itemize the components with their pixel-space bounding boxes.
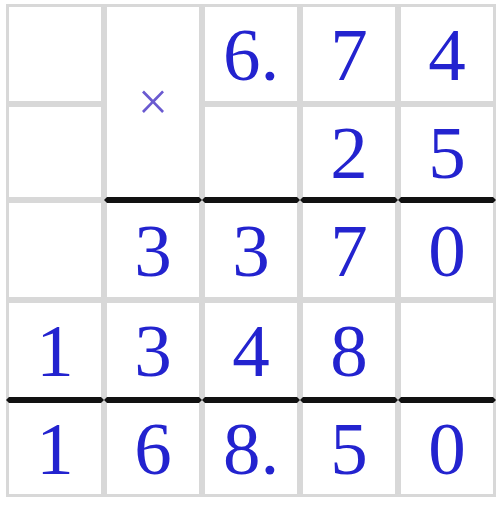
cell-r5c5-product-digit: 0 [398, 400, 496, 497]
cell-r1c3-multiplicand-digit: 6. [202, 4, 300, 104]
cell-r5c1-product-digit: 1 [6, 400, 104, 497]
cell-r5c2-product-digit: 6 [104, 400, 202, 497]
cell-r4c4-partial2-digit: 8 [300, 300, 398, 400]
multiply-operator-cell: × [104, 4, 202, 200]
cell-r4c2-partial2-digit: 3 [104, 300, 202, 400]
cell-r3c1 [6, 200, 104, 300]
cell-r1c5-multiplicand-digit: 4 [398, 4, 496, 104]
cell-r2c4-multiplier-digit: 2 [300, 104, 398, 200]
cell-r1c1 [6, 4, 104, 104]
cell-r4c3-partial2-digit: 4 [202, 300, 300, 400]
cell-r5c3-product-digit: 8. [202, 400, 300, 497]
multiplication-worksheet: × 6. 7 4 2 5 3 3 7 0 1 3 4 8 1 6 8. 5 0 [0, 0, 501, 497]
cell-r3c5-partial1-digit: 0 [398, 200, 496, 300]
cell-r3c4-partial1-digit: 7 [300, 200, 398, 300]
cell-r2c5-multiplier-digit: 5 [398, 104, 496, 200]
cell-r1c4-multiplicand-digit: 7 [300, 4, 398, 104]
cell-r4c1-partial2-digit: 1 [6, 300, 104, 400]
cell-r3c3-partial1-digit: 3 [202, 200, 300, 300]
cell-r5c4-product-digit: 5 [300, 400, 398, 497]
cell-r2c1 [6, 104, 104, 200]
cell-r4c5 [398, 300, 496, 400]
multiplication-grid: × 6. 7 4 2 5 3 3 7 0 1 3 4 8 1 6 8. 5 0 [6, 4, 496, 497]
cell-r2c3 [202, 104, 300, 200]
cell-r3c2-partial1-digit: 3 [104, 200, 202, 300]
